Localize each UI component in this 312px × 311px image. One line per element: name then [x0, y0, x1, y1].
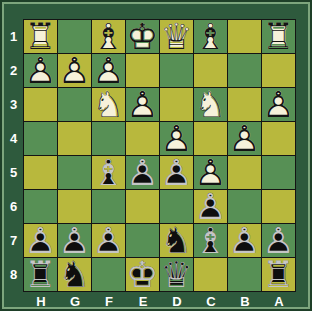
pawn-outline-glyph: ♙ [194, 156, 227, 189]
black-pawn: ♟♙ [24, 224, 57, 257]
square-h6[interactable] [24, 190, 57, 223]
square-c3[interactable]: ♞♘ [194, 88, 227, 121]
black-pawn: ♟♙ [160, 156, 193, 189]
file-labels: HGFEDCBA [24, 292, 296, 311]
rook-outline-glyph: ♖ [262, 258, 295, 291]
black-pawn: ♟♙ [194, 190, 227, 223]
queen-outline-glyph: ♕ [160, 20, 193, 53]
black-rook: ♜♖ [262, 258, 295, 291]
white-knight: ♞♘ [194, 88, 227, 121]
square-e4[interactable] [126, 122, 159, 155]
square-b5[interactable] [228, 156, 261, 189]
white-knight: ♞♘ [92, 88, 125, 121]
square-e7[interactable] [126, 224, 159, 257]
chess-board-frame: 12345678 ♜♖♝♗♚♔♛♕♝♗♜♖♟♙♟♙♟♙♞♘♟♙♞♘♟♙♟♙♟♙♝… [0, 0, 312, 311]
square-f8[interactable] [92, 258, 125, 291]
square-h1[interactable]: ♜♖ [24, 20, 57, 53]
rank-label-7: 7 [5, 223, 22, 257]
file-label-c: C [194, 292, 228, 311]
square-g5[interactable] [58, 156, 91, 189]
black-pawn: ♟♙ [126, 156, 159, 189]
file-label-a: A [262, 292, 296, 311]
black-bishop: ♝♗ [92, 156, 125, 189]
square-f6[interactable] [92, 190, 125, 223]
white-queen: ♛♕ [160, 20, 193, 53]
square-c5[interactable]: ♟♙ [194, 156, 227, 189]
pawn-outline-glyph: ♙ [58, 54, 91, 87]
square-d4[interactable]: ♟♙ [160, 122, 193, 155]
pawn-outline-glyph: ♙ [262, 224, 295, 257]
square-g7[interactable]: ♟♙ [58, 224, 91, 257]
rank-labels: 12345678 [5, 19, 22, 291]
rank-label-6: 6 [5, 189, 22, 223]
pawn-outline-glyph: ♙ [160, 122, 193, 155]
square-b3[interactable] [228, 88, 261, 121]
knight-outline-glyph: ♘ [194, 88, 227, 121]
square-g1[interactable] [58, 20, 91, 53]
square-a2[interactable] [262, 54, 295, 87]
square-b7[interactable]: ♟♙ [228, 224, 261, 257]
square-a5[interactable] [262, 156, 295, 189]
black-pawn: ♟♙ [58, 224, 91, 257]
square-g8[interactable]: ♞♘ [58, 258, 91, 291]
square-c4[interactable] [194, 122, 227, 155]
rook-outline-glyph: ♖ [24, 258, 57, 291]
square-b1[interactable] [228, 20, 261, 53]
white-pawn: ♟♙ [126, 88, 159, 121]
square-h2[interactable]: ♟♙ [24, 54, 57, 87]
white-pawn: ♟♙ [262, 88, 295, 121]
black-pawn: ♟♙ [228, 224, 261, 257]
white-pawn: ♟♙ [228, 122, 261, 155]
square-c2[interactable] [194, 54, 227, 87]
bishop-outline-glyph: ♗ [194, 20, 227, 53]
square-a1[interactable]: ♜♖ [262, 20, 295, 53]
white-bishop: ♝♗ [92, 20, 125, 53]
square-e3[interactable]: ♟♙ [126, 88, 159, 121]
black-rook: ♜♖ [24, 258, 57, 291]
pawn-outline-glyph: ♙ [262, 88, 295, 121]
file-label-f: F [92, 292, 126, 311]
square-c1[interactable]: ♝♗ [194, 20, 227, 53]
white-bishop: ♝♗ [194, 20, 227, 53]
white-rook: ♜♖ [24, 20, 57, 53]
white-pawn: ♟♙ [194, 156, 227, 189]
square-b2[interactable] [228, 54, 261, 87]
square-d6[interactable] [160, 190, 193, 223]
pawn-outline-glyph: ♙ [24, 224, 57, 257]
square-g3[interactable] [58, 88, 91, 121]
square-d7[interactable]: ♞♘ [160, 224, 193, 257]
pawn-outline-glyph: ♙ [58, 224, 91, 257]
knight-outline-glyph: ♘ [92, 88, 125, 121]
rank-label-1: 1 [5, 19, 22, 53]
king-outline-glyph: ♔ [126, 258, 159, 291]
square-f7[interactable]: ♟♙ [92, 224, 125, 257]
square-a7[interactable]: ♟♙ [262, 224, 295, 257]
file-label-h: H [24, 292, 58, 311]
queen-outline-glyph: ♕ [160, 258, 193, 291]
square-f3[interactable]: ♞♘ [92, 88, 125, 121]
square-a6[interactable] [262, 190, 295, 223]
black-pawn: ♟♙ [92, 224, 125, 257]
square-d2[interactable] [160, 54, 193, 87]
square-a4[interactable] [262, 122, 295, 155]
black-bishop: ♝♗ [194, 224, 227, 257]
pawn-outline-glyph: ♙ [24, 54, 57, 87]
square-c7[interactable]: ♝♗ [194, 224, 227, 257]
king-outline-glyph: ♔ [126, 20, 159, 53]
black-knight: ♞♘ [58, 258, 91, 291]
rook-outline-glyph: ♖ [262, 20, 295, 53]
square-d5[interactable]: ♟♙ [160, 156, 193, 189]
file-label-b: B [228, 292, 262, 311]
pawn-outline-glyph: ♙ [92, 224, 125, 257]
square-d3[interactable] [160, 88, 193, 121]
rank-label-8: 8 [5, 257, 22, 291]
square-h7[interactable]: ♟♙ [24, 224, 57, 257]
square-h8[interactable]: ♜♖ [24, 258, 57, 291]
square-g4[interactable] [58, 122, 91, 155]
white-king: ♚♔ [126, 20, 159, 53]
white-pawn: ♟♙ [160, 122, 193, 155]
rank-label-4: 4 [5, 121, 22, 155]
white-rook: ♜♖ [262, 20, 295, 53]
bishop-outline-glyph: ♗ [194, 224, 227, 257]
file-label-d: D [160, 292, 194, 311]
square-h4[interactable] [24, 122, 57, 155]
square-b6[interactable] [228, 190, 261, 223]
pawn-outline-glyph: ♙ [92, 54, 125, 87]
square-c6[interactable]: ♟♙ [194, 190, 227, 223]
rank-label-3: 3 [5, 87, 22, 121]
square-h3[interactable] [24, 88, 57, 121]
square-b4[interactable]: ♟♙ [228, 122, 261, 155]
square-f1[interactable]: ♝♗ [92, 20, 125, 53]
pawn-outline-glyph: ♙ [194, 190, 227, 223]
rank-label-5: 5 [5, 155, 22, 189]
square-g6[interactable] [58, 190, 91, 223]
square-f4[interactable] [92, 122, 125, 155]
white-pawn: ♟♙ [58, 54, 91, 87]
square-a3[interactable]: ♟♙ [262, 88, 295, 121]
white-pawn: ♟♙ [92, 54, 125, 87]
pawn-outline-glyph: ♙ [126, 156, 159, 189]
square-f2[interactable]: ♟♙ [92, 54, 125, 87]
square-e6[interactable] [126, 190, 159, 223]
white-pawn: ♟♙ [24, 54, 57, 87]
rank-label-2: 2 [5, 53, 22, 87]
bishop-outline-glyph: ♗ [92, 20, 125, 53]
square-h5[interactable] [24, 156, 57, 189]
square-c8[interactable] [194, 258, 227, 291]
square-d8[interactable]: ♛♕ [160, 258, 193, 291]
file-label-e: E [126, 292, 160, 311]
square-e2[interactable] [126, 54, 159, 87]
black-pawn: ♟♙ [262, 224, 295, 257]
square-e5[interactable]: ♟♙ [126, 156, 159, 189]
pawn-outline-glyph: ♙ [228, 224, 261, 257]
square-b8[interactable] [228, 258, 261, 291]
black-queen: ♛♕ [160, 258, 193, 291]
square-d1[interactable]: ♛♕ [160, 20, 193, 53]
chess-board: ♜♖♝♗♚♔♛♕♝♗♜♖♟♙♟♙♟♙♞♘♟♙♞♘♟♙♟♙♟♙♝♗♟♙♟♙♟♙♟♙… [23, 19, 296, 292]
square-e8[interactable]: ♚♔ [126, 258, 159, 291]
black-knight: ♞♘ [160, 224, 193, 257]
pawn-outline-glyph: ♙ [228, 122, 261, 155]
knight-outline-glyph: ♘ [160, 224, 193, 257]
square-g2[interactable]: ♟♙ [58, 54, 91, 87]
bishop-outline-glyph: ♗ [92, 156, 125, 189]
black-king: ♚♔ [126, 258, 159, 291]
square-e1[interactable]: ♚♔ [126, 20, 159, 53]
file-label-g: G [58, 292, 92, 311]
square-f5[interactable]: ♝♗ [92, 156, 125, 189]
pawn-outline-glyph: ♙ [160, 156, 193, 189]
square-a8[interactable]: ♜♖ [262, 258, 295, 291]
pawn-outline-glyph: ♙ [126, 88, 159, 121]
knight-outline-glyph: ♘ [58, 258, 91, 291]
rook-outline-glyph: ♖ [24, 20, 57, 53]
